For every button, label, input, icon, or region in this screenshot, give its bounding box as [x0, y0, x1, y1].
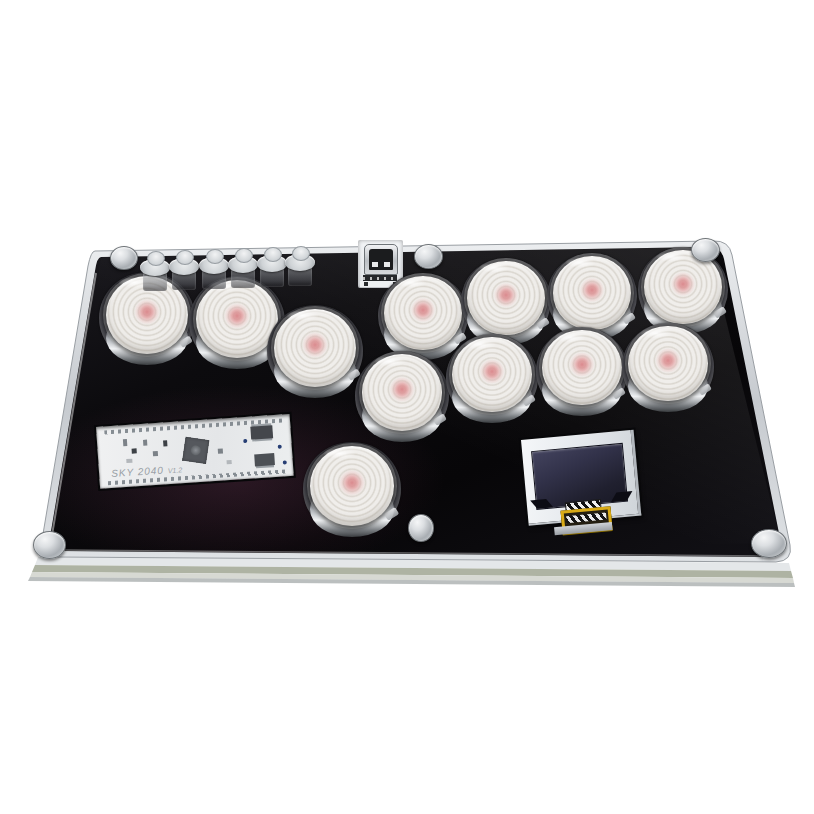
button-cap [542, 330, 621, 405]
aux-button-4[interactable] [228, 246, 258, 288]
button-glint [323, 448, 356, 459]
mcu-chip [182, 437, 209, 464]
aux-button-3[interactable] [199, 247, 229, 289]
button-glint [464, 339, 495, 350]
regulator-chip [254, 453, 275, 466]
button-cap [553, 256, 630, 329]
button-cap [274, 309, 357, 387]
product-photo-scene: SKY 2040 V1.2 [0, 0, 814, 814]
button-glint [374, 356, 406, 367]
smd-component [153, 451, 158, 456]
button-cap [452, 337, 531, 412]
main-button-action-5[interactable] [355, 351, 449, 441]
button-cap [196, 280, 279, 358]
aux-button-knob [292, 246, 310, 261]
aux-button-knob [147, 251, 165, 266]
soic-chip [250, 425, 273, 439]
smd-component [163, 440, 167, 446]
case-screw [751, 529, 787, 558]
case-screw [691, 238, 720, 262]
button-glint [640, 328, 671, 339]
main-button-action-4[interactable] [638, 247, 728, 333]
smd-component [143, 440, 147, 446]
oled-connector-stripes [566, 513, 606, 524]
button-cap [362, 354, 443, 431]
usb-b-port [364, 244, 398, 275]
case-screw [33, 531, 66, 559]
main-button-action-3[interactable] [547, 253, 637, 339]
oled-display-module [521, 430, 641, 526]
smd-component [123, 439, 127, 446]
smd-component [132, 448, 137, 453]
button-cap [310, 446, 394, 526]
case-screw [110, 246, 138, 270]
main-button-action-6[interactable] [446, 334, 538, 422]
smd-component [126, 459, 132, 463]
main-button-jump-up[interactable] [303, 442, 401, 536]
aux-button-6[interactable] [285, 244, 315, 286]
case-screw [414, 244, 443, 269]
aux-button-knob [206, 249, 224, 264]
button-glint [554, 332, 585, 343]
pcb-window: SKY 2040 V1.2 [96, 414, 294, 489]
aux-button-knob [264, 247, 282, 262]
button-cap [384, 276, 461, 349]
smd-component [227, 460, 232, 464]
pcb-led [278, 445, 282, 449]
usb-port-opening [369, 249, 393, 270]
aux-button-1[interactable] [140, 249, 170, 291]
case-screw [408, 514, 434, 542]
main-button-action-7[interactable] [536, 327, 628, 415]
button-cap [467, 261, 544, 334]
aux-button-knob [176, 250, 194, 265]
aux-button-2[interactable] [169, 248, 199, 290]
pcb-version-text: V1.2 [168, 466, 183, 474]
pcb-led [243, 439, 247, 443]
aux-button-knob [235, 248, 253, 263]
oled-screen [531, 443, 628, 510]
smd-component [218, 449, 223, 454]
main-button-action-2[interactable] [461, 258, 551, 344]
button-cap [628, 326, 707, 401]
main-button-direction-right[interactable] [267, 305, 363, 397]
main-button-action-8[interactable] [622, 323, 714, 411]
aux-button-5[interactable] [257, 245, 287, 287]
pcb-model-text: SKY 2040 [111, 465, 164, 480]
main-button-action-1[interactable] [378, 273, 468, 359]
pcb-led [283, 460, 287, 464]
